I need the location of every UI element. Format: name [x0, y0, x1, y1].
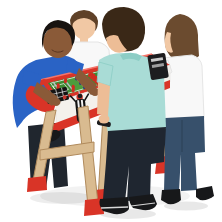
front-boy-sole-left	[101, 207, 128, 208]
foosball-player-head	[95, 76, 98, 79]
front-boy-hand	[99, 115, 110, 124]
product-photo-foosball-scene	[0, 0, 222, 222]
left-legs-shadow	[30, 192, 94, 204]
foosball-player-head	[57, 83, 60, 86]
girl-jeans	[164, 116, 205, 191]
front-boy	[97, 7, 166, 214]
foosball-player-head	[72, 85, 75, 88]
foosball-player-head	[93, 74, 96, 77]
left-frame-foot-left	[27, 176, 47, 192]
handle-grip-1[interactable]	[78, 94, 83, 99]
front-boy-sleeve	[97, 62, 113, 86]
left-boy-hand-left	[52, 98, 61, 106]
scene-svg	[0, 0, 222, 222]
girl-shoe-right	[196, 186, 214, 200]
front-boy-forearm	[97, 82, 110, 116]
